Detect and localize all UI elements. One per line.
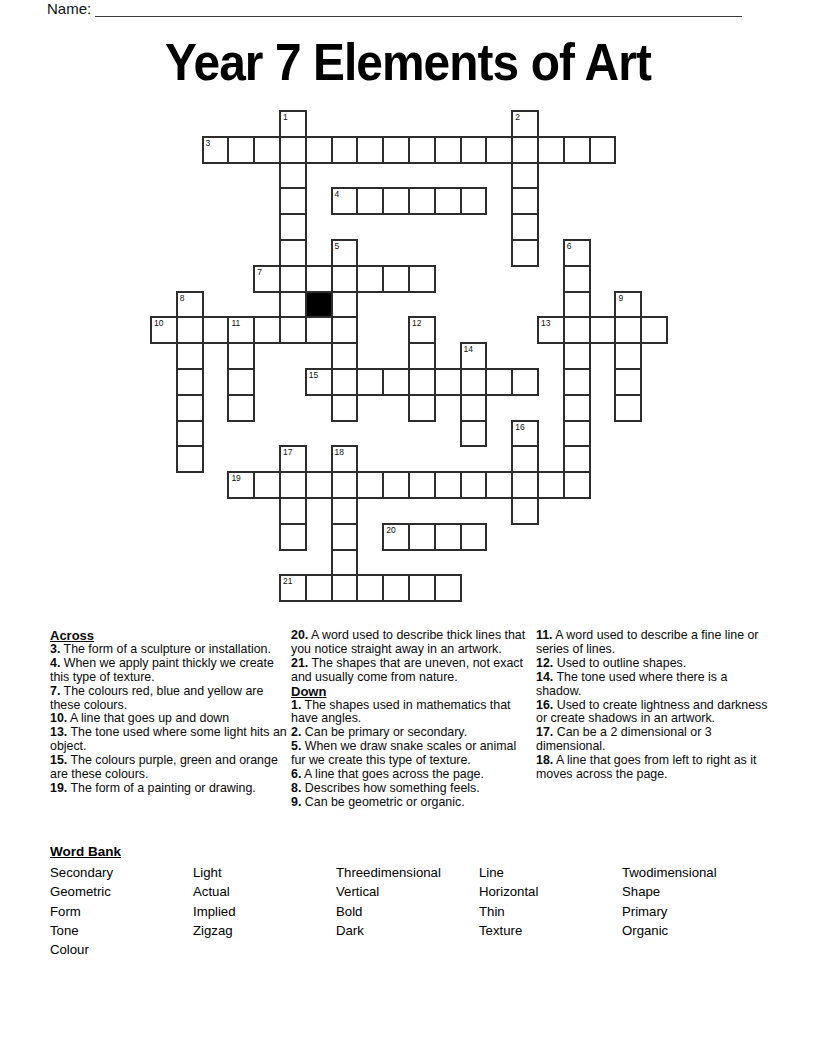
- grid-cell[interactable]: [408, 574, 436, 602]
- clue-number-label: 10: [154, 318, 163, 328]
- clue-number-label: 3: [206, 138, 211, 148]
- grid-cell[interactable]: [408, 342, 436, 370]
- word-bank-header: Word Bank: [50, 844, 121, 859]
- grid-cell[interactable]: [176, 316, 204, 344]
- clue-number-label: 6: [567, 241, 572, 251]
- grid-cell[interactable]: [331, 368, 359, 396]
- grid-cell[interactable]: [460, 368, 488, 396]
- grid-cell[interactable]: [227, 394, 255, 422]
- word-bank-item: Colour: [50, 940, 193, 959]
- grid-cell[interactable]: [460, 394, 488, 422]
- name-blank-line[interactable]: [95, 3, 742, 17]
- grid-cell[interactable]: [227, 368, 255, 396]
- grid-cell[interactable]: [305, 574, 333, 602]
- grid-cell[interactable]: [253, 136, 281, 164]
- grid-cell[interactable]: [279, 523, 307, 551]
- grid-cell[interactable]: [563, 368, 591, 396]
- grid-cell[interactable]: [253, 471, 281, 499]
- clue-number-label: 5: [335, 241, 340, 251]
- word-bank-column: ThreedimensionalVerticalBoldDark: [336, 863, 479, 959]
- clue-14: 14. The tone used where there is a shado…: [536, 671, 773, 699]
- grid-cell[interactable]: 15: [305, 368, 333, 396]
- word-bank-column: LightActualImpliedZigzag: [193, 863, 336, 959]
- grid-cell[interactable]: [331, 394, 359, 422]
- grid-cell[interactable]: [331, 265, 359, 293]
- grid-cell[interactable]: [227, 136, 255, 164]
- grid-cell[interactable]: [511, 136, 539, 164]
- word-bank-item: Shape: [622, 882, 765, 901]
- clue-number-label: 13: [541, 318, 550, 328]
- clue-16: 16. Used to create lightness and darknes…: [536, 699, 773, 727]
- grid-cell[interactable]: [408, 368, 436, 396]
- grid-cell[interactable]: 8: [176, 291, 204, 319]
- grid-cell[interactable]: [227, 342, 255, 370]
- grid-cell[interactable]: [485, 368, 513, 396]
- grid-cell[interactable]: [589, 316, 617, 344]
- grid-cell[interactable]: [408, 471, 436, 499]
- grid-cell[interactable]: [279, 471, 307, 499]
- grid-cell[interactable]: 20: [382, 523, 410, 551]
- grid-cell[interactable]: [640, 316, 668, 344]
- grid-cell[interactable]: 9: [614, 291, 642, 319]
- grid-cell[interactable]: [279, 239, 307, 267]
- grid-cell[interactable]: [382, 136, 410, 164]
- grid-cell[interactable]: 2: [511, 110, 539, 138]
- grid-cell[interactable]: [589, 136, 617, 164]
- clue-number-label: 17: [283, 447, 292, 457]
- grid-cell[interactable]: [408, 187, 436, 215]
- grid-cell[interactable]: [614, 394, 642, 422]
- clue-19: 19. The form of a painting or drawing.: [50, 782, 287, 796]
- clue-5: 5. When we draw snake scales or animal f…: [291, 740, 528, 768]
- word-bank-item: Actual: [193, 882, 336, 901]
- clue-1: 1. The shapes used in mathematics that h…: [291, 699, 528, 727]
- grid-cell[interactable]: [460, 136, 488, 164]
- grid-cell[interactable]: [511, 213, 539, 241]
- word-bank-item: Horizontal: [479, 882, 622, 901]
- clue-number-label: 11: [231, 318, 240, 328]
- clue-number-label: 21: [283, 576, 292, 586]
- clue-3: 3. The form of a sculpture or installati…: [50, 643, 287, 657]
- clue-number-label: 20: [386, 525, 395, 535]
- grid-cell[interactable]: [356, 368, 384, 396]
- grid-cell[interactable]: 14: [460, 342, 488, 370]
- grid-cell[interactable]: [331, 549, 359, 577]
- clue-number-label: 2: [515, 112, 520, 122]
- grid-cell[interactable]: [305, 471, 333, 499]
- grid-cell[interactable]: [408, 394, 436, 422]
- grid-cell[interactable]: [356, 574, 384, 602]
- grid-cell[interactable]: [563, 265, 591, 293]
- word-bank-item: Tone: [50, 921, 193, 940]
- grid-cell[interactable]: [331, 471, 359, 499]
- word-bank-item: Texture: [479, 921, 622, 940]
- grid-cell[interactable]: [511, 162, 539, 190]
- grid-cell[interactable]: 16: [511, 420, 539, 448]
- grid-cell[interactable]: [331, 316, 359, 344]
- clue-15: 15. The colours purple, green and orange…: [50, 754, 287, 782]
- clue-number-label: 1: [283, 112, 288, 122]
- grid-cell[interactable]: [563, 291, 591, 319]
- clue-20: 20. A word used to describe thick lines …: [291, 629, 528, 657]
- grid-cell[interactable]: [253, 316, 281, 344]
- grid-cell[interactable]: [408, 523, 436, 551]
- word-bank-column: SecondaryGeometricFormToneColour: [50, 863, 193, 959]
- grid-cell[interactable]: [176, 368, 204, 396]
- grid-cell[interactable]: [563, 471, 591, 499]
- grid-cell[interactable]: 1: [279, 110, 307, 138]
- clue-12: 12. Used to outline shapes.: [536, 657, 773, 671]
- clue-11: 11. A word used to describe a fine line …: [536, 629, 773, 657]
- word-bank-item: Implied: [193, 902, 336, 921]
- grid-cell[interactable]: [331, 523, 359, 551]
- grid-cell[interactable]: [331, 497, 359, 525]
- grid-cell[interactable]: [563, 136, 591, 164]
- grid-cell[interactable]: [511, 497, 539, 525]
- grid-cell[interactable]: 19: [227, 471, 255, 499]
- grid-cell[interactable]: [382, 187, 410, 215]
- word-bank-column: TwodimensionalShapePrimaryOrganic: [622, 863, 765, 959]
- grid-cell[interactable]: [356, 187, 384, 215]
- grid-cell[interactable]: 12: [408, 316, 436, 344]
- word-bank-item: Bold: [336, 902, 479, 921]
- word-bank-item: Organic: [622, 921, 765, 940]
- grid-cell[interactable]: [356, 136, 384, 164]
- grid-cell[interactable]: [563, 445, 591, 473]
- word-bank-item: Secondary: [50, 863, 193, 882]
- grid-cell[interactable]: [202, 316, 230, 344]
- grid-cell[interactable]: [434, 368, 462, 396]
- grid-cell[interactable]: [305, 316, 333, 344]
- grid-cell[interactable]: [563, 316, 591, 344]
- clue-17: 17. Can be a 2 dimensional or 3 dimensio…: [536, 726, 773, 754]
- grid-cell[interactable]: [279, 497, 307, 525]
- grid-cell[interactable]: [485, 471, 513, 499]
- grid-cell[interactable]: 10: [150, 316, 178, 344]
- grid-cell[interactable]: [176, 445, 204, 473]
- grid-cell[interactable]: [279, 213, 307, 241]
- clue-number-label: 8: [180, 293, 185, 303]
- grid-cell[interactable]: [511, 239, 539, 267]
- grid-cell[interactable]: [614, 316, 642, 344]
- word-bank: SecondaryGeometricFormToneColourLightAct…: [50, 863, 765, 959]
- grid-cell[interactable]: [279, 265, 307, 293]
- word-bank-item: Thin: [479, 902, 622, 921]
- grid-cell[interactable]: [382, 471, 410, 499]
- grid-cell[interactable]: [279, 136, 307, 164]
- clue-number-label: 14: [464, 344, 473, 354]
- grid-cell[interactable]: [408, 136, 436, 164]
- name-label: Name:: [47, 1, 91, 17]
- clue-number-label: 7: [257, 267, 262, 277]
- grid-cell[interactable]: [356, 471, 384, 499]
- grid-cell[interactable]: [305, 265, 333, 293]
- grid-cell[interactable]: [460, 471, 488, 499]
- clue-column-3: 11. A word used to describe a fine line …: [536, 629, 773, 782]
- blocked-cell: [305, 291, 333, 319]
- page-title: Year 7 Elements of Art: [33, 33, 784, 91]
- grid-cell[interactable]: [614, 342, 642, 370]
- clue-6: 6. A line that goes across the page.: [291, 768, 528, 782]
- clue-10: 10. A line that goes up and down: [50, 712, 287, 726]
- grid-cell[interactable]: [279, 187, 307, 215]
- grid-cell[interactable]: [176, 420, 204, 448]
- grid-cell[interactable]: [331, 291, 359, 319]
- grid-cell[interactable]: [511, 187, 539, 215]
- word-bank-column: LineHorizontalThinTexture: [479, 863, 622, 959]
- word-bank-item: Zigzag: [193, 921, 336, 940]
- grid-cell[interactable]: [537, 471, 565, 499]
- clue-21: 21. The shapes that are uneven, not exac…: [291, 657, 528, 685]
- word-bank-item: Light: [193, 863, 336, 882]
- grid-cell[interactable]: [279, 162, 307, 190]
- grid-cell[interactable]: [614, 368, 642, 396]
- clue-number-label: 16: [515, 422, 524, 432]
- grid-cell[interactable]: [460, 187, 488, 215]
- grid-cell[interactable]: [382, 265, 410, 293]
- clue-2: 2. Can be primary or secondary.: [291, 726, 528, 740]
- crossword-grid: 123456789101112131415161718192021: [150, 110, 672, 606]
- clue-4: 4. When we apply paint thickly we create…: [50, 657, 287, 685]
- word-bank-item: Line: [479, 863, 622, 882]
- grid-cell[interactable]: [434, 574, 462, 602]
- word-bank-item: Geometric: [50, 882, 193, 901]
- word-bank-item: Vertical: [336, 882, 479, 901]
- grid-cell[interactable]: [382, 368, 410, 396]
- clue-section-header-down: Down: [291, 685, 528, 699]
- grid-cell[interactable]: [279, 316, 307, 344]
- name-row: Name:: [47, 1, 742, 17]
- clue-13: 13. The tone used where some light hits …: [50, 726, 287, 754]
- grid-cell[interactable]: 18: [331, 445, 359, 473]
- grid-cell[interactable]: [356, 265, 384, 293]
- grid-cell[interactable]: [511, 445, 539, 473]
- word-bank-item: Form: [50, 902, 193, 921]
- grid-cell[interactable]: 6: [563, 239, 591, 267]
- clue-9: 9. Can be geometric or organic.: [291, 796, 528, 810]
- grid-cell[interactable]: [176, 394, 204, 422]
- grid-cell[interactable]: 13: [537, 316, 565, 344]
- grid-cell[interactable]: [460, 420, 488, 448]
- clue-18: 18. A line that goes from left to right …: [536, 754, 773, 782]
- grid-cell[interactable]: [176, 342, 204, 370]
- clue-column-2: 20. A word used to describe thick lines …: [291, 629, 528, 810]
- grid-cell[interactable]: 4: [331, 187, 359, 215]
- grid-cell[interactable]: [434, 187, 462, 215]
- grid-cell[interactable]: [305, 136, 333, 164]
- word-bank-item: Twodimensional: [622, 863, 765, 882]
- clue-number-label: 9: [618, 293, 623, 303]
- grid-cell[interactable]: 5: [331, 239, 359, 267]
- grid-cell[interactable]: 11: [227, 316, 255, 344]
- grid-cell[interactable]: [331, 574, 359, 602]
- word-bank-item: Dark: [336, 921, 479, 940]
- clue-number-label: 18: [335, 447, 344, 457]
- grid-cell[interactable]: [511, 471, 539, 499]
- word-bank-item: Threedimensional: [336, 863, 479, 882]
- grid-cell[interactable]: [563, 342, 591, 370]
- word-bank-item: Primary: [622, 902, 765, 921]
- grid-cell[interactable]: [563, 420, 591, 448]
- clue-column-1: Across3. The form of a sculpture or inst…: [50, 629, 287, 796]
- grid-cell[interactable]: [511, 368, 539, 396]
- grid-cell[interactable]: 21: [279, 574, 307, 602]
- clue-number-label: 15: [309, 370, 318, 380]
- grid-cell[interactable]: [434, 523, 462, 551]
- clue-number-label: 19: [231, 473, 240, 483]
- grid-cell[interactable]: [279, 291, 307, 319]
- grid-cell[interactable]: [460, 523, 488, 551]
- grid-cell[interactable]: [485, 136, 513, 164]
- grid-cell[interactable]: [537, 136, 565, 164]
- clue-number-label: 12: [412, 318, 421, 328]
- grid-cell[interactable]: [331, 136, 359, 164]
- clue-7: 7. The colours red, blue and yellow are …: [50, 685, 287, 713]
- grid-cell[interactable]: [382, 574, 410, 602]
- grid-cell[interactable]: [331, 342, 359, 370]
- grid-cell[interactable]: [434, 136, 462, 164]
- grid-cell[interactable]: 17: [279, 445, 307, 473]
- grid-cell[interactable]: 3: [202, 136, 230, 164]
- grid-cell[interactable]: [434, 471, 462, 499]
- grid-cell[interactable]: [563, 394, 591, 422]
- grid-cell[interactable]: [408, 265, 436, 293]
- grid-cell[interactable]: 7: [253, 265, 281, 293]
- clue-number-label: 4: [335, 189, 340, 199]
- clue-section-header-across: Across: [50, 629, 287, 643]
- clue-8: 8. Describes how something feels.: [291, 782, 528, 796]
